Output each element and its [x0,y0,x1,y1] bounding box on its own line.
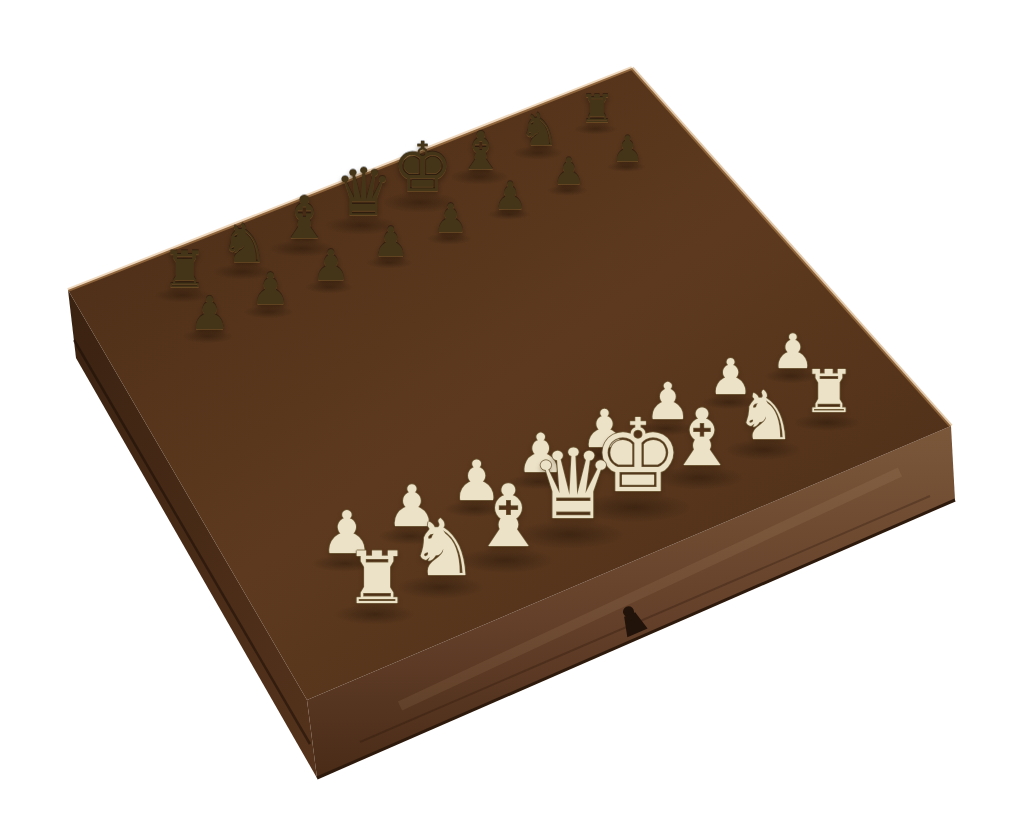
piece-black-pawn-b7[interactable]: ♟ [251,268,290,312]
wooden-box-graphic [0,0,1024,819]
piece-white-knight-g1[interactable]: ♞ [735,382,796,450]
piece-white-knight-b1[interactable]: ♞ [408,508,478,586]
piece-black-pawn-f7[interactable]: ♟ [493,176,527,214]
piece-black-pawn-e7[interactable]: ♟ [433,199,468,239]
piece-black-pawn-c7[interactable]: ♟ [312,245,350,287]
piece-black-rook-h8[interactable]: ♜ [580,90,615,129]
piece-black-bishop-c8[interactable]: ♝ [278,189,331,248]
piece-white-rook-h1[interactable]: ♜ [803,363,856,422]
piece-black-pawn-a7[interactable]: ♟ [189,291,230,336]
chess-photo-scene: ♜♞♝♛♚♝♞♜♟♟♟♟♟♟♟♟♟♟♟♟♟♟♟♟♜♞♝♛♚♝♞♜ [0,0,1024,819]
piece-black-pawn-d7[interactable]: ♟ [373,222,410,263]
piece-black-bishop-f8[interactable]: ♝ [458,124,505,177]
piece-white-rook-a1[interactable]: ♜ [345,542,410,614]
piece-white-bishop-c1[interactable]: ♝ [470,474,547,560]
piece-black-pawn-g7[interactable]: ♟ [553,154,586,191]
piece-black-queen-d8[interactable]: ♛ [334,160,393,226]
piece-black-knight-g8[interactable]: ♞ [519,108,559,153]
piece-black-pawn-h7[interactable]: ♟ [612,131,644,166]
piece-black-king-e8[interactable]: ♚ [392,134,453,202]
